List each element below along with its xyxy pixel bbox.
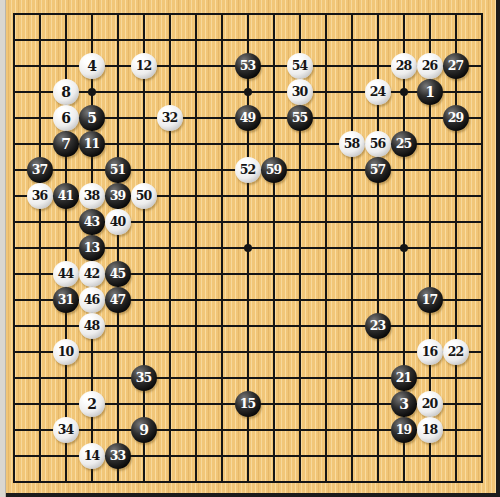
board-cell[interactable] xyxy=(391,157,417,183)
board-cell[interactable] xyxy=(5,417,27,443)
board-cell[interactable]: 7 xyxy=(53,131,79,157)
board-cell[interactable] xyxy=(287,391,313,417)
board-cell[interactable] xyxy=(443,1,469,27)
board-cell[interactable]: 6 xyxy=(53,105,79,131)
board-cell[interactable] xyxy=(469,313,495,339)
board-cell[interactable] xyxy=(391,287,417,313)
board-cell[interactable] xyxy=(131,287,157,313)
board-cell[interactable] xyxy=(5,1,27,27)
board-cell[interactable] xyxy=(53,443,79,469)
board-cell[interactable] xyxy=(53,53,79,79)
board-cell[interactable] xyxy=(27,235,53,261)
board-cell[interactable] xyxy=(313,391,339,417)
board-cell[interactable] xyxy=(53,469,79,493)
board-cell[interactable] xyxy=(365,1,391,27)
board-cell[interactable] xyxy=(131,131,157,157)
board-cell[interactable] xyxy=(469,209,495,235)
board-cell[interactable] xyxy=(27,131,53,157)
board-cell[interactable]: 49 xyxy=(235,105,261,131)
board-cell[interactable] xyxy=(417,157,443,183)
board-cell[interactable] xyxy=(417,131,443,157)
board-cell[interactable] xyxy=(209,313,235,339)
board-cell[interactable] xyxy=(443,417,469,443)
board-cell[interactable] xyxy=(417,313,443,339)
board-cell[interactable]: 9 xyxy=(131,417,157,443)
board-cell[interactable] xyxy=(417,365,443,391)
board-cell[interactable] xyxy=(261,53,287,79)
board-cell[interactable] xyxy=(157,235,183,261)
board-cell[interactable] xyxy=(5,469,27,493)
board-cell[interactable] xyxy=(261,183,287,209)
board-cell[interactable]: 40 xyxy=(105,209,131,235)
board-cell[interactable] xyxy=(27,1,53,27)
board-cell[interactable] xyxy=(5,183,27,209)
board-cell[interactable] xyxy=(339,209,365,235)
board-cell[interactable] xyxy=(27,391,53,417)
board-cell[interactable] xyxy=(313,235,339,261)
board-cell[interactable] xyxy=(157,313,183,339)
board-cell[interactable] xyxy=(235,183,261,209)
board-cell[interactable] xyxy=(5,339,27,365)
board-cell[interactable] xyxy=(53,235,79,261)
board-cell[interactable]: 51 xyxy=(105,157,131,183)
board-cell[interactable]: 31 xyxy=(53,287,79,313)
board-cell[interactable] xyxy=(313,157,339,183)
board-cell[interactable] xyxy=(261,339,287,365)
board-cell[interactable] xyxy=(183,235,209,261)
board-cell[interactable] xyxy=(313,261,339,287)
board-cell[interactable] xyxy=(261,443,287,469)
board-cell[interactable] xyxy=(5,391,27,417)
board-cell[interactable] xyxy=(443,27,469,53)
board-cell[interactable]: 3 xyxy=(391,391,417,417)
board-cell[interactable] xyxy=(105,235,131,261)
board-cell[interactable] xyxy=(261,79,287,105)
board-cell[interactable] xyxy=(79,157,105,183)
board-cell[interactable] xyxy=(443,183,469,209)
board-cell[interactable] xyxy=(391,443,417,469)
board-cell[interactable] xyxy=(469,443,495,469)
board-cell[interactable]: 4 xyxy=(79,53,105,79)
board-cell[interactable] xyxy=(27,365,53,391)
board-cell[interactable] xyxy=(339,391,365,417)
board-cell[interactable]: 47 xyxy=(105,287,131,313)
board-cell[interactable] xyxy=(131,105,157,131)
board-cell[interactable] xyxy=(287,157,313,183)
board-cell[interactable] xyxy=(443,157,469,183)
board-cell[interactable] xyxy=(443,209,469,235)
board-cell[interactable] xyxy=(443,131,469,157)
board-cell[interactable] xyxy=(183,339,209,365)
board-cell[interactable]: 58 xyxy=(339,131,365,157)
board-cell[interactable]: 45 xyxy=(105,261,131,287)
board-cell[interactable] xyxy=(313,365,339,391)
board-cell[interactable] xyxy=(53,1,79,27)
board-cell[interactable] xyxy=(235,209,261,235)
board-cell[interactable] xyxy=(339,287,365,313)
board-cell[interactable] xyxy=(5,365,27,391)
board-cell[interactable] xyxy=(287,365,313,391)
board-cell[interactable] xyxy=(131,443,157,469)
board-cell[interactable] xyxy=(183,261,209,287)
board-cell[interactable] xyxy=(417,1,443,27)
board-cell[interactable] xyxy=(235,235,261,261)
board-cell[interactable]: 56 xyxy=(365,131,391,157)
board-cell[interactable] xyxy=(105,1,131,27)
board-cell[interactable]: 50 xyxy=(131,183,157,209)
board-cell[interactable] xyxy=(183,469,209,493)
board-cell[interactable] xyxy=(417,209,443,235)
board-cell[interactable] xyxy=(157,157,183,183)
board-cell[interactable]: 42 xyxy=(79,261,105,287)
board-cell[interactable] xyxy=(339,417,365,443)
board-cell[interactable] xyxy=(391,27,417,53)
board-cell[interactable] xyxy=(261,365,287,391)
board-cell[interactable] xyxy=(339,157,365,183)
board-cell[interactable] xyxy=(365,469,391,493)
board-cell[interactable] xyxy=(313,27,339,53)
board-cell[interactable] xyxy=(131,313,157,339)
board-cell[interactable] xyxy=(365,27,391,53)
board-cell[interactable] xyxy=(235,1,261,27)
board-cell[interactable] xyxy=(53,313,79,339)
board-cell[interactable] xyxy=(105,469,131,493)
board-cell[interactable] xyxy=(261,235,287,261)
board-cell[interactable] xyxy=(443,391,469,417)
board-cell[interactable] xyxy=(313,339,339,365)
board-cell[interactable] xyxy=(469,79,495,105)
board-cell[interactable] xyxy=(391,79,417,105)
board-cell[interactable] xyxy=(443,287,469,313)
board-cell[interactable] xyxy=(391,339,417,365)
board-cell[interactable] xyxy=(443,469,469,493)
board-cell[interactable] xyxy=(157,131,183,157)
board-cell[interactable] xyxy=(235,469,261,493)
board-cell[interactable] xyxy=(183,443,209,469)
board-cell[interactable] xyxy=(209,339,235,365)
board-cell[interactable] xyxy=(5,287,27,313)
board-cell[interactable]: 10 xyxy=(53,339,79,365)
board-cell[interactable] xyxy=(5,53,27,79)
board-cell[interactable] xyxy=(131,209,157,235)
board-cell[interactable] xyxy=(339,1,365,27)
board-cell[interactable] xyxy=(313,313,339,339)
board-cell[interactable] xyxy=(157,365,183,391)
board-cell[interactable] xyxy=(183,131,209,157)
board-cell[interactable] xyxy=(131,157,157,183)
board-cell[interactable] xyxy=(443,261,469,287)
board-cell[interactable]: 37 xyxy=(27,157,53,183)
board-cell[interactable] xyxy=(79,469,105,493)
board-cell[interactable] xyxy=(261,261,287,287)
board-cell[interactable]: 43 xyxy=(79,209,105,235)
board-cell[interactable] xyxy=(209,469,235,493)
board-cell[interactable] xyxy=(235,27,261,53)
board-cell[interactable]: 28 xyxy=(391,53,417,79)
board-cell[interactable] xyxy=(235,365,261,391)
board-cell[interactable] xyxy=(313,287,339,313)
board-cell[interactable]: 15 xyxy=(235,391,261,417)
board-cell[interactable] xyxy=(365,365,391,391)
board-cell[interactable]: 14 xyxy=(79,443,105,469)
board-cell[interactable] xyxy=(209,183,235,209)
board-cell[interactable] xyxy=(365,235,391,261)
board-cell[interactable] xyxy=(339,339,365,365)
board-cell[interactable] xyxy=(261,209,287,235)
board-cell[interactable] xyxy=(313,183,339,209)
board-cell[interactable] xyxy=(79,1,105,27)
board-cell[interactable] xyxy=(469,157,495,183)
board-cell[interactable]: 1 xyxy=(417,79,443,105)
board-cell[interactable] xyxy=(235,417,261,443)
board-cell[interactable] xyxy=(183,53,209,79)
board-cell[interactable] xyxy=(131,79,157,105)
board-cell[interactable]: 35 xyxy=(131,365,157,391)
board-cell[interactable] xyxy=(131,27,157,53)
board-cell[interactable]: 25 xyxy=(391,131,417,157)
board-cell[interactable] xyxy=(365,261,391,287)
board-cell[interactable] xyxy=(313,1,339,27)
board-cell[interactable] xyxy=(469,131,495,157)
board-cell[interactable] xyxy=(157,391,183,417)
board-cell[interactable] xyxy=(287,469,313,493)
board-cell[interactable] xyxy=(5,79,27,105)
board-cell[interactable] xyxy=(157,443,183,469)
board-cell[interactable] xyxy=(5,131,27,157)
board-cell[interactable]: 21 xyxy=(391,365,417,391)
board-cell[interactable] xyxy=(339,27,365,53)
board-cell[interactable] xyxy=(287,235,313,261)
board-cell[interactable] xyxy=(469,339,495,365)
board-cell[interactable] xyxy=(105,365,131,391)
board-cell[interactable] xyxy=(235,131,261,157)
board-cell[interactable] xyxy=(5,313,27,339)
board-cell[interactable] xyxy=(417,443,443,469)
board-cell[interactable] xyxy=(157,417,183,443)
board-cell[interactable] xyxy=(209,443,235,469)
board-cell[interactable] xyxy=(27,27,53,53)
board-cell[interactable] xyxy=(365,391,391,417)
board-cell[interactable] xyxy=(391,183,417,209)
board-cell[interactable] xyxy=(131,469,157,493)
board-cell[interactable] xyxy=(391,1,417,27)
board-cell[interactable] xyxy=(443,235,469,261)
board-cell[interactable]: 57 xyxy=(365,157,391,183)
board-cell[interactable] xyxy=(287,339,313,365)
board-cell[interactable] xyxy=(313,79,339,105)
board-cell[interactable] xyxy=(443,79,469,105)
board-cell[interactable]: 52 xyxy=(235,157,261,183)
board-cell[interactable] xyxy=(391,261,417,287)
board-cell[interactable] xyxy=(287,209,313,235)
board-cell[interactable] xyxy=(157,209,183,235)
board-cell[interactable]: 30 xyxy=(287,79,313,105)
board-cell[interactable] xyxy=(105,53,131,79)
board-cell[interactable] xyxy=(469,391,495,417)
board-cell[interactable] xyxy=(261,105,287,131)
board-cell[interactable] xyxy=(209,261,235,287)
board-cell[interactable] xyxy=(105,313,131,339)
board-cell[interactable]: 22 xyxy=(443,339,469,365)
board-cell[interactable] xyxy=(261,131,287,157)
board-cell[interactable] xyxy=(365,443,391,469)
board-cell[interactable] xyxy=(27,79,53,105)
board-cell[interactable] xyxy=(183,391,209,417)
board-cell[interactable] xyxy=(365,417,391,443)
board-cell[interactable] xyxy=(469,261,495,287)
board-cell[interactable] xyxy=(339,261,365,287)
board-cell[interactable] xyxy=(183,105,209,131)
board-cell[interactable]: 23 xyxy=(365,313,391,339)
board-cell[interactable] xyxy=(183,287,209,313)
board-cell[interactable] xyxy=(443,313,469,339)
board-cell[interactable] xyxy=(105,79,131,105)
board-cell[interactable]: 17 xyxy=(417,287,443,313)
board-cell[interactable] xyxy=(183,1,209,27)
board-cell[interactable] xyxy=(287,183,313,209)
board-cell[interactable]: 48 xyxy=(79,313,105,339)
board-cell[interactable] xyxy=(339,79,365,105)
board-cell[interactable]: 11 xyxy=(79,131,105,157)
board-cell[interactable] xyxy=(53,391,79,417)
board-cell[interactable] xyxy=(5,235,27,261)
board-cell[interactable] xyxy=(287,443,313,469)
board-cell[interactable] xyxy=(27,261,53,287)
board-cell[interactable] xyxy=(27,443,53,469)
board-cell[interactable] xyxy=(261,313,287,339)
board-cell[interactable]: 8 xyxy=(53,79,79,105)
board-cell[interactable] xyxy=(261,1,287,27)
board-cell[interactable] xyxy=(365,183,391,209)
board-cell[interactable] xyxy=(443,365,469,391)
board-cell[interactable] xyxy=(469,183,495,209)
board-cell[interactable] xyxy=(287,287,313,313)
board-cell[interactable] xyxy=(209,287,235,313)
board-cell[interactable] xyxy=(157,287,183,313)
board-cell[interactable] xyxy=(157,53,183,79)
board-cell[interactable] xyxy=(391,105,417,131)
board-cell[interactable]: 41 xyxy=(53,183,79,209)
board-cell[interactable] xyxy=(391,209,417,235)
board-cell[interactable] xyxy=(157,183,183,209)
board-cell[interactable] xyxy=(27,339,53,365)
board-cell[interactable] xyxy=(27,209,53,235)
board-cell[interactable] xyxy=(131,261,157,287)
board-cell[interactable] xyxy=(287,261,313,287)
board-cell[interactable] xyxy=(53,365,79,391)
board-cell[interactable] xyxy=(79,79,105,105)
board-cell[interactable] xyxy=(339,443,365,469)
board-cell[interactable] xyxy=(105,417,131,443)
board-cell[interactable] xyxy=(365,53,391,79)
board-cell[interactable] xyxy=(209,417,235,443)
board-cell[interactable] xyxy=(339,313,365,339)
board-cell[interactable] xyxy=(79,339,105,365)
board-cell[interactable] xyxy=(157,1,183,27)
board-cell[interactable] xyxy=(261,417,287,443)
board-cell[interactable] xyxy=(313,53,339,79)
board-cell[interactable] xyxy=(287,131,313,157)
board-cell[interactable]: 34 xyxy=(53,417,79,443)
board-cell[interactable] xyxy=(105,27,131,53)
board-cell[interactable] xyxy=(27,287,53,313)
board-cell[interactable] xyxy=(417,469,443,493)
board-cell[interactable] xyxy=(5,157,27,183)
board-cell[interactable] xyxy=(417,105,443,131)
board-cell[interactable]: 44 xyxy=(53,261,79,287)
board-cell[interactable] xyxy=(209,209,235,235)
board-cell[interactable] xyxy=(157,79,183,105)
board-cell[interactable] xyxy=(287,417,313,443)
board-cell[interactable] xyxy=(5,105,27,131)
board-cell[interactable]: 26 xyxy=(417,53,443,79)
board-cell[interactable] xyxy=(209,27,235,53)
board-cell[interactable] xyxy=(183,417,209,443)
board-cell[interactable] xyxy=(209,105,235,131)
board-cell[interactable]: 12 xyxy=(131,53,157,79)
board-cell[interactable] xyxy=(469,27,495,53)
board-cell[interactable] xyxy=(105,339,131,365)
board-cell[interactable] xyxy=(53,209,79,235)
board-cell[interactable] xyxy=(261,391,287,417)
board-cell[interactable] xyxy=(313,105,339,131)
board-cell[interactable] xyxy=(209,53,235,79)
board-cell[interactable]: 55 xyxy=(287,105,313,131)
board-cell[interactable] xyxy=(339,365,365,391)
board-cell[interactable] xyxy=(287,1,313,27)
board-cell[interactable] xyxy=(313,443,339,469)
board-cell[interactable]: 24 xyxy=(365,79,391,105)
board-cell[interactable] xyxy=(79,417,105,443)
board-cell[interactable] xyxy=(27,469,53,493)
board-cell[interactable] xyxy=(339,183,365,209)
board-cell[interactable] xyxy=(365,209,391,235)
board-cell[interactable] xyxy=(391,235,417,261)
board-cell[interactable] xyxy=(313,417,339,443)
board-cell[interactable] xyxy=(5,27,27,53)
board-cell[interactable] xyxy=(5,209,27,235)
board-cell[interactable] xyxy=(183,79,209,105)
board-cell[interactable] xyxy=(5,443,27,469)
board-cell[interactable] xyxy=(391,469,417,493)
board-cell[interactable] xyxy=(287,313,313,339)
board-cell[interactable] xyxy=(209,157,235,183)
board-cell[interactable] xyxy=(183,209,209,235)
board-cell[interactable] xyxy=(27,105,53,131)
board-cell[interactable] xyxy=(209,235,235,261)
board-cell[interactable] xyxy=(235,339,261,365)
board-cell[interactable] xyxy=(469,365,495,391)
board-cell[interactable] xyxy=(313,209,339,235)
board-cell[interactable] xyxy=(469,287,495,313)
board-cell[interactable] xyxy=(235,287,261,313)
board-cell[interactable] xyxy=(157,469,183,493)
board-cell[interactable]: 59 xyxy=(261,157,287,183)
board-cell[interactable]: 38 xyxy=(79,183,105,209)
board-cell[interactable]: 53 xyxy=(235,53,261,79)
board-cell[interactable] xyxy=(313,131,339,157)
board-cell[interactable]: 19 xyxy=(391,417,417,443)
board-cell[interactable] xyxy=(417,235,443,261)
board-cell[interactable]: 20 xyxy=(417,391,443,417)
board-cell[interactable]: 46 xyxy=(79,287,105,313)
board-cell[interactable] xyxy=(235,443,261,469)
board-cell[interactable]: 39 xyxy=(105,183,131,209)
board-cell[interactable] xyxy=(417,183,443,209)
board-cell[interactable] xyxy=(183,157,209,183)
board-cell[interactable] xyxy=(105,391,131,417)
board-cell[interactable] xyxy=(209,1,235,27)
